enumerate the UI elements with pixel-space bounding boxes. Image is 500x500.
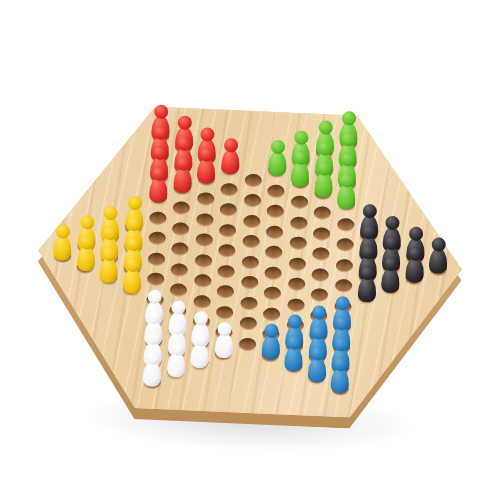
peg-body: [291, 161, 310, 187]
pegs-layer: [0, 0, 500, 500]
peg-head: [385, 215, 399, 229]
peg-head: [193, 332, 207, 346]
peg-white[interactable]: [190, 331, 210, 368]
peg-body: [173, 168, 192, 194]
chinese-checkers-scene: [0, 0, 500, 500]
peg-body: [284, 346, 303, 372]
peg-blue[interactable]: [261, 324, 281, 361]
peg-body: [405, 258, 424, 284]
peg-head: [169, 341, 183, 355]
peg-white[interactable]: [214, 322, 234, 359]
peg-body: [166, 352, 185, 378]
peg-red[interactable]: [196, 147, 216, 184]
peg-head: [312, 305, 326, 319]
peg-head: [148, 289, 162, 303]
peg-head: [384, 256, 398, 270]
peg-black[interactable]: [428, 237, 448, 274]
peg-head: [126, 237, 140, 251]
peg-head: [360, 266, 374, 280]
peg-head: [152, 166, 166, 180]
peg-head: [317, 162, 331, 176]
peg-head: [362, 204, 376, 218]
peg-head: [171, 300, 185, 314]
peg-head: [170, 321, 184, 335]
peg-head: [79, 235, 93, 249]
peg-body: [122, 268, 141, 294]
peg-body: [330, 368, 349, 394]
peg-blue[interactable]: [307, 346, 327, 383]
peg-head: [317, 141, 331, 155]
peg-body: [214, 333, 233, 359]
peg-white[interactable]: [142, 350, 162, 387]
peg-body: [261, 335, 280, 361]
peg-head: [288, 314, 302, 328]
peg-head: [431, 237, 445, 251]
peg-green[interactable]: [313, 161, 333, 198]
peg-green[interactable]: [336, 173, 356, 210]
peg-head: [385, 236, 399, 250]
peg-head: [408, 226, 422, 240]
peg-green[interactable]: [290, 150, 310, 187]
peg-head: [217, 322, 231, 336]
peg-yellow[interactable]: [99, 246, 119, 283]
peg-head: [145, 350, 159, 364]
peg-head: [102, 246, 116, 260]
peg-head: [153, 125, 167, 139]
peg-blue[interactable]: [284, 335, 304, 372]
peg-head: [408, 247, 422, 261]
peg-head: [334, 336, 348, 350]
peg-head: [293, 150, 307, 164]
peg-body: [76, 246, 95, 272]
peg-head: [264, 324, 278, 338]
peg-body: [268, 150, 287, 176]
peg-head: [340, 173, 354, 187]
peg-head: [127, 216, 141, 230]
peg-yellow[interactable]: [122, 257, 142, 294]
peg-yellow[interactable]: [76, 235, 96, 272]
peg-head: [146, 330, 160, 344]
peg-head: [56, 224, 70, 238]
peg-head: [294, 130, 308, 144]
peg-head: [333, 357, 347, 371]
peg-head: [176, 157, 190, 171]
peg-black[interactable]: [404, 247, 424, 284]
peg-head: [194, 311, 208, 325]
peg-head: [147, 309, 161, 323]
peg-body: [149, 177, 168, 203]
peg-head: [335, 316, 349, 330]
peg-head: [223, 138, 237, 152]
peg-head: [361, 225, 375, 239]
peg-body: [429, 248, 448, 274]
peg-head: [287, 335, 301, 349]
peg-head: [199, 147, 213, 161]
peg-head: [200, 127, 214, 141]
peg-head: [340, 152, 354, 166]
peg-head: [103, 205, 117, 219]
peg-body: [53, 235, 72, 261]
peg-yellow[interactable]: [52, 224, 72, 261]
peg-head: [270, 139, 284, 153]
peg-body: [357, 277, 376, 303]
peg-red[interactable]: [172, 157, 192, 194]
peg-head: [127, 196, 141, 210]
peg-body: [190, 342, 209, 368]
peg-red[interactable]: [220, 138, 240, 175]
product-photo-stage: [0, 0, 500, 500]
peg-head: [80, 215, 94, 229]
peg-body: [381, 267, 400, 293]
peg-body: [197, 158, 216, 184]
peg-blue[interactable]: [330, 357, 350, 394]
peg-head: [335, 296, 349, 310]
peg-head: [342, 111, 356, 125]
peg-head: [154, 105, 168, 119]
peg-head: [177, 116, 191, 130]
peg-head: [310, 346, 324, 360]
peg-head: [176, 136, 190, 150]
peg-head: [341, 132, 355, 146]
peg-body: [143, 361, 162, 387]
peg-white[interactable]: [166, 341, 186, 378]
peg-body: [307, 357, 326, 383]
peg-head: [125, 257, 139, 271]
peg-head: [153, 146, 167, 160]
peg-head: [311, 325, 325, 339]
peg-head: [361, 245, 375, 259]
peg-black[interactable]: [357, 266, 377, 303]
peg-head: [318, 121, 332, 135]
peg-head: [103, 226, 117, 240]
peg-body: [314, 172, 333, 198]
peg-red[interactable]: [149, 166, 169, 203]
peg-body: [337, 184, 356, 210]
peg-body: [99, 257, 118, 283]
peg-black[interactable]: [381, 256, 401, 293]
peg-body: [221, 149, 240, 175]
peg-green[interactable]: [267, 139, 287, 176]
